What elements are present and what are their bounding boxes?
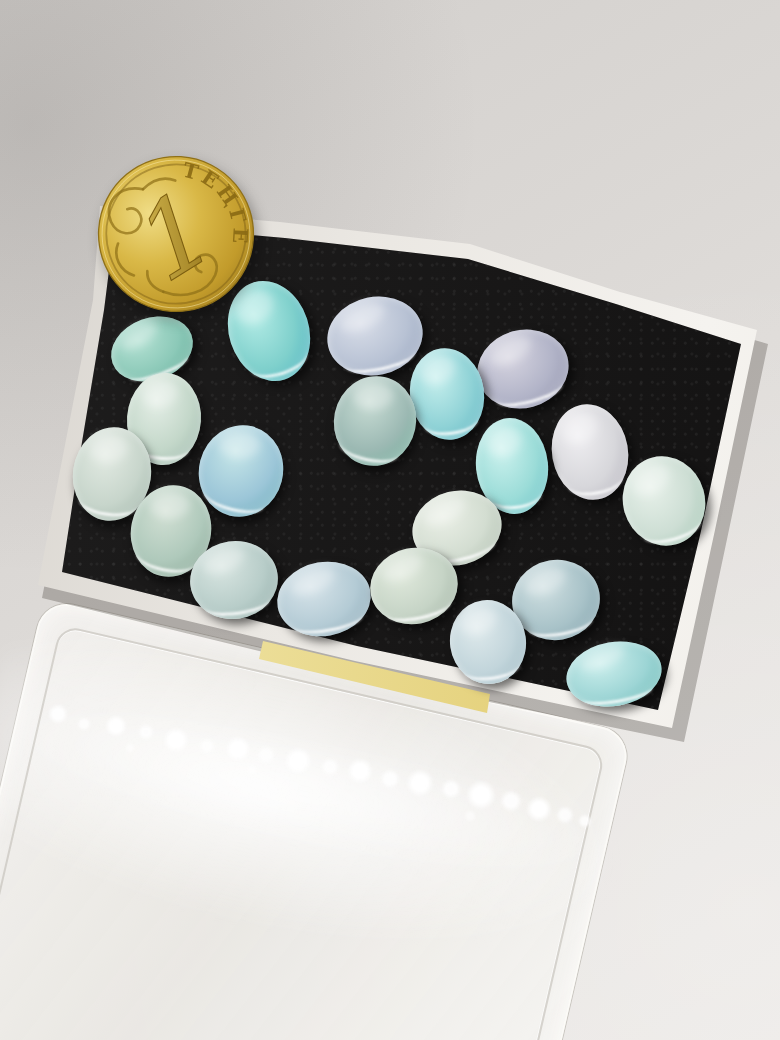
coin-graphic: 1 ТЕҢГЕ [88, 146, 264, 322]
tenge-coin: 1 ТЕҢГЕ [88, 146, 264, 322]
opal-stone-4 [468, 319, 577, 418]
photo-scene: 1 ТЕҢГЕ [0, 0, 780, 1040]
opal-stone-8 [544, 398, 636, 506]
opal-stone-16 [561, 634, 667, 714]
opal-stone-19 [271, 554, 376, 643]
opal-stone-5 [404, 343, 490, 444]
